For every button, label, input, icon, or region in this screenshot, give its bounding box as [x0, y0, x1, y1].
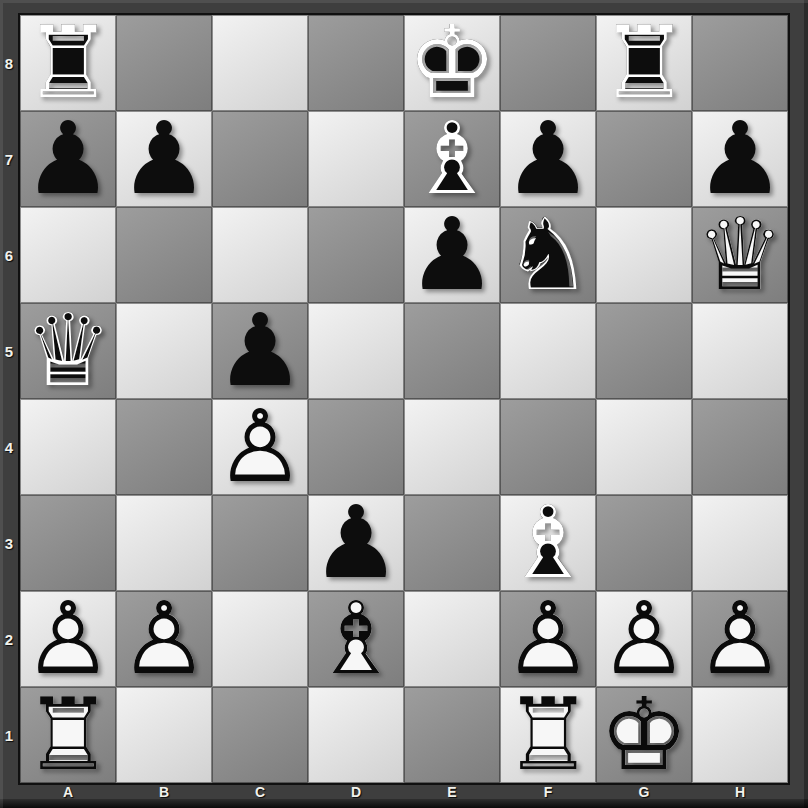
- piece-outline-glyph: ♙: [212, 399, 308, 495]
- square-a2[interactable]: ♟♙: [20, 591, 116, 687]
- black-pawn-piece[interactable]: ♟: [116, 111, 212, 207]
- black-rook-piece[interactable]: ♜♖: [20, 15, 116, 111]
- piece-fill-glyph: ♟: [308, 495, 404, 591]
- square-e1[interactable]: [404, 687, 500, 783]
- square-e3[interactable]: [404, 495, 500, 591]
- white-pawn-piece[interactable]: ♟♙: [20, 591, 116, 687]
- square-b1[interactable]: [116, 687, 212, 783]
- square-c5[interactable]: ♟: [212, 303, 308, 399]
- piece-outline-glyph: ♖: [20, 687, 116, 783]
- square-e6[interactable]: ♟: [404, 207, 500, 303]
- square-h1[interactable]: [692, 687, 788, 783]
- square-f4[interactable]: [500, 399, 596, 495]
- square-d5[interactable]: [308, 303, 404, 399]
- square-g1[interactable]: ♚♔: [596, 687, 692, 783]
- piece-fill-glyph: ♟: [20, 111, 116, 207]
- piece-outline-glyph: ♔: [596, 687, 692, 783]
- black-pawn-piece[interactable]: ♟: [20, 111, 116, 207]
- square-a6[interactable]: [20, 207, 116, 303]
- file-label-d: D: [308, 784, 404, 799]
- square-h3[interactable]: [692, 495, 788, 591]
- square-g6[interactable]: [596, 207, 692, 303]
- square-d6[interactable]: [308, 207, 404, 303]
- black-knight-piece[interactable]: ♞♘: [500, 207, 596, 303]
- file-label-c: C: [212, 784, 308, 799]
- black-pawn-piece[interactable]: ♟: [308, 495, 404, 591]
- square-f1[interactable]: ♜♖: [500, 687, 596, 783]
- piece-outline-glyph: ♖: [20, 15, 116, 111]
- rank-label-8: 8: [0, 15, 18, 111]
- rank-label-4: 4: [0, 399, 18, 495]
- square-g5[interactable]: [596, 303, 692, 399]
- white-pawn-piece[interactable]: ♟♙: [212, 399, 308, 495]
- rank-labels: 87654321: [0, 15, 18, 783]
- file-label-f: F: [500, 784, 596, 799]
- white-rook-piece[interactable]: ♜♖: [500, 687, 596, 783]
- piece-fill-glyph: ♟: [116, 111, 212, 207]
- square-h8[interactable]: [692, 15, 788, 111]
- piece-outline-glyph: ♔: [404, 15, 500, 111]
- white-pawn-piece[interactable]: ♟♙: [500, 591, 596, 687]
- piece-outline-glyph: ♘: [500, 207, 596, 303]
- square-b6[interactable]: [116, 207, 212, 303]
- square-b8[interactable]: [116, 15, 212, 111]
- piece-outline-glyph: ♗: [404, 111, 500, 207]
- square-c7[interactable]: [212, 111, 308, 207]
- file-label-h: H: [692, 784, 788, 799]
- file-label-e: E: [404, 784, 500, 799]
- square-d4[interactable]: [308, 399, 404, 495]
- square-f3[interactable]: ♝♗: [500, 495, 596, 591]
- piece-outline-glyph: ♕: [692, 207, 788, 303]
- black-pawn-piece[interactable]: ♟: [692, 111, 788, 207]
- black-pawn-piece[interactable]: ♟: [500, 111, 596, 207]
- piece-outline-glyph: ♖: [596, 15, 692, 111]
- square-d1[interactable]: [308, 687, 404, 783]
- square-g8[interactable]: ♜♖: [596, 15, 692, 111]
- piece-fill-glyph: ♟: [500, 111, 596, 207]
- square-g2[interactable]: ♟♙: [596, 591, 692, 687]
- square-b7[interactable]: ♟: [116, 111, 212, 207]
- file-label-b: B: [116, 784, 212, 799]
- square-d3[interactable]: ♟: [308, 495, 404, 591]
- white-pawn-piece[interactable]: ♟♙: [116, 591, 212, 687]
- square-g3[interactable]: [596, 495, 692, 591]
- square-h6[interactable]: ♛♕: [692, 207, 788, 303]
- piece-outline-glyph: ♙: [596, 591, 692, 687]
- square-b5[interactable]: [116, 303, 212, 399]
- rank-label-6: 6: [0, 207, 18, 303]
- black-pawn-piece[interactable]: ♟: [404, 207, 500, 303]
- black-pawn-piece[interactable]: ♟: [212, 303, 308, 399]
- piece-outline-glyph: ♙: [20, 591, 116, 687]
- piece-fill-glyph: ♟: [212, 303, 308, 399]
- square-f5[interactable]: [500, 303, 596, 399]
- white-king-piece[interactable]: ♚♔: [596, 687, 692, 783]
- square-e7[interactable]: ♝♗: [404, 111, 500, 207]
- black-bishop-piece[interactable]: ♝♗: [404, 111, 500, 207]
- square-d8[interactable]: [308, 15, 404, 111]
- white-pawn-piece[interactable]: ♟♙: [596, 591, 692, 687]
- square-f8[interactable]: [500, 15, 596, 111]
- square-h2[interactable]: ♟♙: [692, 591, 788, 687]
- rank-label-3: 3: [0, 495, 18, 591]
- square-c2[interactable]: [212, 591, 308, 687]
- piece-fill-glyph: ♟: [692, 111, 788, 207]
- square-f6[interactable]: ♞♘: [500, 207, 596, 303]
- square-c6[interactable]: [212, 207, 308, 303]
- file-label-a: A: [20, 784, 116, 799]
- black-bishop-piece[interactable]: ♝♗: [500, 495, 596, 591]
- square-f2[interactable]: ♟♙: [500, 591, 596, 687]
- rank-label-7: 7: [0, 111, 18, 207]
- piece-outline-glyph: ♙: [116, 591, 212, 687]
- piece-fill-glyph: ♟: [404, 207, 500, 303]
- rank-label-2: 2: [0, 591, 18, 687]
- piece-outline-glyph: ♙: [692, 591, 788, 687]
- file-labels: ABCDEFGH: [20, 784, 788, 799]
- white-rook-piece[interactable]: ♜♖: [20, 687, 116, 783]
- piece-outline-glyph: ♖: [500, 687, 596, 783]
- square-a4[interactable]: [20, 399, 116, 495]
- square-a7[interactable]: ♟: [20, 111, 116, 207]
- square-b4[interactable]: [116, 399, 212, 495]
- black-king-piece[interactable]: ♚♔: [404, 15, 500, 111]
- file-label-g: G: [596, 784, 692, 799]
- piece-outline-glyph: ♙: [500, 591, 596, 687]
- piece-outline-glyph: ♗: [500, 495, 596, 591]
- square-a1[interactable]: ♜♖: [20, 687, 116, 783]
- chess-board: ♜♖♚♔♜♖♟♟♝♗♟♟♟♞♘♛♕♛♕♟♟♙♟♝♗♟♙♟♙♝♗♟♙♟♙♟♙♜♖♜…: [18, 13, 790, 785]
- frame-bottom-edge: [0, 799, 808, 808]
- square-g4[interactable]: [596, 399, 692, 495]
- square-f7[interactable]: ♟: [500, 111, 596, 207]
- square-d7[interactable]: [308, 111, 404, 207]
- square-e8[interactable]: ♚♔: [404, 15, 500, 111]
- square-h5[interactable]: [692, 303, 788, 399]
- square-a5[interactable]: ♛♕: [20, 303, 116, 399]
- square-c8[interactable]: [212, 15, 308, 111]
- square-e2[interactable]: [404, 591, 500, 687]
- square-b3[interactable]: [116, 495, 212, 591]
- square-e5[interactable]: [404, 303, 500, 399]
- piece-outline-glyph: ♗: [308, 591, 404, 687]
- square-e4[interactable]: [404, 399, 500, 495]
- square-a8[interactable]: ♜♖: [20, 15, 116, 111]
- square-c1[interactable]: [212, 687, 308, 783]
- square-g7[interactable]: [596, 111, 692, 207]
- white-bishop-piece[interactable]: ♝♗: [308, 591, 404, 687]
- board-frame: 87654321 ♜♖♚♔♜♖♟♟♝♗♟♟♟♞♘♛♕♛♕♟♟♙♟♝♗♟♙♟♙♝♗…: [0, 0, 808, 808]
- square-h7[interactable]: ♟: [692, 111, 788, 207]
- black-rook-piece[interactable]: ♜♖: [596, 15, 692, 111]
- square-a3[interactable]: [20, 495, 116, 591]
- piece-outline-glyph: ♕: [20, 303, 116, 399]
- square-b2[interactable]: ♟♙: [116, 591, 212, 687]
- square-h4[interactable]: [692, 399, 788, 495]
- square-c4[interactable]: ♟♙: [212, 399, 308, 495]
- rank-label-1: 1: [0, 687, 18, 783]
- white-pawn-piece[interactable]: ♟♙: [692, 591, 788, 687]
- white-queen-piece[interactable]: ♛♕: [692, 207, 788, 303]
- square-d2[interactable]: ♝♗: [308, 591, 404, 687]
- square-c3[interactable]: [212, 495, 308, 591]
- rank-label-5: 5: [0, 303, 18, 399]
- black-queen-piece[interactable]: ♛♕: [20, 303, 116, 399]
